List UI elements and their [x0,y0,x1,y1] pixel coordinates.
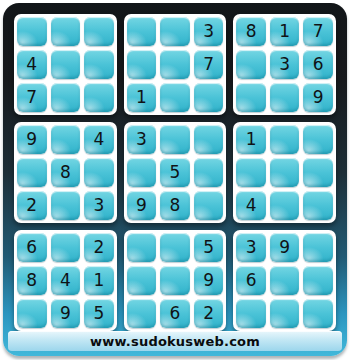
cell-r3c3[interactable] [84,83,114,112]
sudoku-board: 473718173699482335981462841955962396 www… [3,3,347,356]
box-3: 817369 [233,14,336,115]
cell-r1c8[interactable]: 1 [270,17,300,46]
cell-r6c6[interactable] [194,191,224,220]
cell-r6c9[interactable] [303,191,333,220]
cell-r2c2[interactable] [51,50,81,79]
box-7: 6284195 [14,230,117,331]
cell-r7c7[interactable]: 3 [236,233,266,262]
box-1: 47 [14,14,117,115]
cell-r5c7[interactable] [236,158,266,187]
cell-r5c1[interactable] [17,158,47,187]
cell-r8c3[interactable]: 1 [84,266,114,295]
cell-r4c2[interactable] [51,125,81,154]
cell-r4c1[interactable]: 9 [17,125,47,154]
cell-r2c9[interactable]: 6 [303,50,333,79]
cell-r3c8[interactable] [270,83,300,112]
cell-r9c8[interactable] [270,299,300,328]
cell-r5c9[interactable] [303,158,333,187]
cell-r5c5[interactable]: 5 [160,158,190,187]
cell-r2c7[interactable] [236,50,266,79]
cell-r7c8[interactable]: 9 [270,233,300,262]
cell-r3c9[interactable]: 9 [303,83,333,112]
cell-r9c2[interactable]: 9 [51,299,81,328]
cell-r7c2[interactable] [51,233,81,262]
cell-r9c3[interactable]: 5 [84,299,114,328]
cell-r4c5[interactable] [160,125,190,154]
box-8: 5962 [124,230,227,331]
cell-r9c9[interactable] [303,299,333,328]
cell-r9c7[interactable] [236,299,266,328]
cell-r6c7[interactable]: 4 [236,191,266,220]
cell-r8c4[interactable] [127,266,157,295]
cell-r8c1[interactable]: 8 [17,266,47,295]
cell-r2c6[interactable]: 7 [194,50,224,79]
cell-r6c8[interactable] [270,191,300,220]
box-2: 371 [124,14,227,115]
cell-r8c6[interactable]: 9 [194,266,224,295]
cell-r1c4[interactable] [127,17,157,46]
cell-r2c5[interactable] [160,50,190,79]
cell-r2c8[interactable]: 3 [270,50,300,79]
box-9: 396 [233,230,336,331]
cell-r4c7[interactable]: 1 [236,125,266,154]
cell-r3c5[interactable] [160,83,190,112]
cell-r7c5[interactable] [160,233,190,262]
cell-r7c4[interactable] [127,233,157,262]
cell-r5c2[interactable]: 8 [51,158,81,187]
sudoku-grid: 473718173699482335981462841955962396 [14,14,336,331]
box-4: 94823 [14,122,117,223]
cell-r4c3[interactable]: 4 [84,125,114,154]
cell-r1c5[interactable] [160,17,190,46]
cell-r3c2[interactable] [51,83,81,112]
cell-r1c7[interactable]: 8 [236,17,266,46]
cell-r2c4[interactable] [127,50,157,79]
cell-r7c9[interactable] [303,233,333,262]
cell-r4c9[interactable] [303,125,333,154]
cell-r5c3[interactable] [84,158,114,187]
cell-r7c6[interactable]: 5 [194,233,224,262]
cell-r3c4[interactable]: 1 [127,83,157,112]
cell-r8c5[interactable] [160,266,190,295]
cell-r3c6[interactable] [194,83,224,112]
site-url: www.sudokusweb.com [90,334,260,349]
footer-bar: www.sudokusweb.com [8,331,342,351]
cell-r5c8[interactable] [270,158,300,187]
cell-r1c1[interactable] [17,17,47,46]
cell-r8c8[interactable] [270,266,300,295]
cell-r6c2[interactable] [51,191,81,220]
cell-r5c4[interactable] [127,158,157,187]
cell-r2c1[interactable]: 4 [17,50,47,79]
cell-r9c1[interactable] [17,299,47,328]
cell-r6c5[interactable]: 8 [160,191,190,220]
cell-r9c4[interactable] [127,299,157,328]
cell-r9c6[interactable]: 2 [194,299,224,328]
cell-r1c9[interactable]: 7 [303,17,333,46]
cell-r4c8[interactable] [270,125,300,154]
cell-r1c3[interactable] [84,17,114,46]
cell-r6c3[interactable]: 3 [84,191,114,220]
cell-r1c6[interactable]: 3 [194,17,224,46]
cell-r2c3[interactable] [84,50,114,79]
cell-r1c2[interactable] [51,17,81,46]
cell-r4c4[interactable]: 3 [127,125,157,154]
cell-r6c1[interactable]: 2 [17,191,47,220]
cell-r3c1[interactable]: 7 [17,83,47,112]
box-5: 3598 [124,122,227,223]
cell-r7c1[interactable]: 6 [17,233,47,262]
box-6: 14 [233,122,336,223]
cell-r8c9[interactable] [303,266,333,295]
cell-r7c3[interactable]: 2 [84,233,114,262]
cell-r3c7[interactable] [236,83,266,112]
cell-r9c5[interactable]: 6 [160,299,190,328]
cell-r5c6[interactable] [194,158,224,187]
cell-r6c4[interactable]: 9 [127,191,157,220]
cell-r8c2[interactable]: 4 [51,266,81,295]
cell-r4c6[interactable] [194,125,224,154]
cell-r8c7[interactable]: 6 [236,266,266,295]
